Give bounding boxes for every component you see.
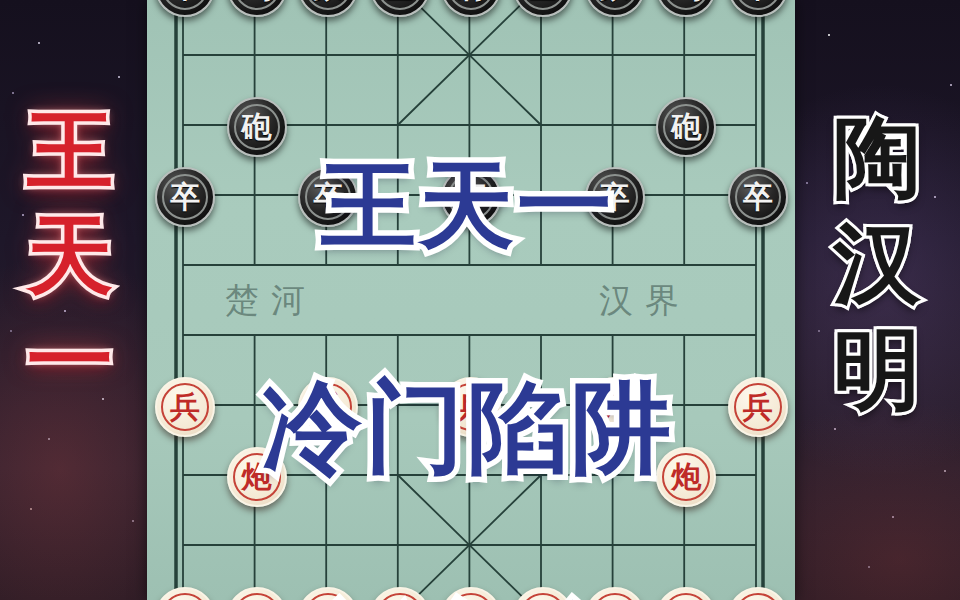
piece-glyph: 馬 xyxy=(671,0,701,2)
piece-glyph: 士 xyxy=(385,0,415,2)
left-player-char-2: 天 天 xyxy=(27,212,113,298)
right-player-char-2: 汉 汉 xyxy=(833,219,921,307)
overlay-line-1-text: 王天一 xyxy=(321,158,615,253)
piece-glyph: 砲 xyxy=(242,112,272,142)
piece-glyph: 卒 xyxy=(170,182,200,212)
black-piece-砲[interactable]: 砲 xyxy=(656,97,716,157)
piece-glyph: 象 xyxy=(600,0,630,2)
left-player-char-3: 一 一 xyxy=(27,317,113,403)
piece-glyph: 砲 xyxy=(671,112,701,142)
piece-glyph: 卒 xyxy=(743,182,773,212)
xiangqi-board: 楚河 汉界 車馬象士將士象馬車砲砲卒卒卒卒卒兵兵兵兵兵炮炮車馬相仕帥仕相馬車 xyxy=(147,0,795,600)
piece-glyph: 象 xyxy=(313,0,343,2)
right-player-name: 陶 陶 汉 汉 明 明 xyxy=(833,113,921,413)
piece-glyph: 兵 xyxy=(170,392,200,422)
black-piece-卒[interactable]: 卒 xyxy=(728,167,788,227)
piece-glyph: 車 xyxy=(170,0,200,2)
overlay-line-2-text: 冷门陷阱 xyxy=(262,377,674,477)
piece-glyph: 車 xyxy=(743,0,773,2)
right-player-char-3: 明 明 xyxy=(833,325,921,413)
red-piece-兵[interactable]: 兵 xyxy=(155,377,215,437)
right-player-char-1: 陶 陶 xyxy=(833,113,921,201)
piece-glyph: 兵 xyxy=(743,392,773,422)
river-label-chu-he: 楚河 xyxy=(225,282,317,318)
river-label-han-jie: 汉界 xyxy=(599,282,691,318)
black-piece-砲[interactable]: 砲 xyxy=(227,97,287,157)
piece-glyph: 士 xyxy=(528,0,558,2)
left-player-name: 王 王 天 天 一 一 xyxy=(27,107,113,403)
red-piece-兵[interactable]: 兵 xyxy=(728,377,788,437)
piece-glyph: 炮 xyxy=(671,462,701,492)
left-player-char-1: 王 王 xyxy=(27,107,113,193)
piece-glyph: 馬 xyxy=(242,0,272,2)
piece-glyph: 將 xyxy=(456,0,486,2)
starfield-right xyxy=(0,0,2,2)
black-piece-卒[interactable]: 卒 xyxy=(155,167,215,227)
